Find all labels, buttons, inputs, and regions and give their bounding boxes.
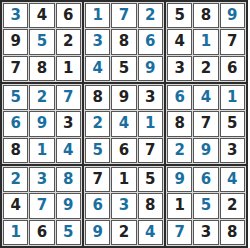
cell-r8c3[interactable]: 9 — [56, 193, 81, 218]
cell-r6c3[interactable]: 4 — [56, 138, 81, 163]
cell-r4c4[interactable]: 8 — [85, 85, 110, 110]
cell-r4c8[interactable]: 4 — [193, 85, 218, 110]
cell-r2c4[interactable]: 3 — [85, 29, 110, 54]
cell-r1c5[interactable]: 7 — [111, 3, 136, 28]
sudoku-box-2: 172386459 — [84, 2, 164, 82]
cell-r7c3[interactable]: 8 — [56, 167, 81, 192]
cell-r5c8[interactable]: 7 — [193, 111, 218, 136]
cell-r5c1[interactable]: 6 — [3, 111, 28, 136]
cell-r2c5[interactable]: 8 — [111, 29, 136, 54]
cell-r3c4[interactable]: 4 — [85, 56, 110, 81]
cell-r3c1[interactable]: 7 — [3, 56, 28, 81]
cell-r3c9[interactable]: 6 — [220, 56, 245, 81]
cell-r4c7[interactable]: 6 — [167, 85, 192, 110]
cell-r4c2[interactable]: 2 — [29, 85, 54, 110]
cell-r9c5[interactable]: 2 — [111, 220, 136, 245]
cell-r6c5[interactable]: 6 — [111, 138, 136, 163]
cell-r1c9[interactable]: 9 — [220, 3, 245, 28]
cell-r7c5[interactable]: 1 — [111, 167, 136, 192]
sudoku-box-3: 589417326 — [166, 2, 246, 82]
cell-r5c6[interactable]: 1 — [138, 111, 163, 136]
cell-r1c8[interactable]: 8 — [193, 3, 218, 28]
cell-r2c8[interactable]: 1 — [193, 29, 218, 54]
cell-r5c7[interactable]: 8 — [167, 111, 192, 136]
cell-r8c7[interactable]: 1 — [167, 193, 192, 218]
cell-r4c9[interactable]: 1 — [220, 85, 245, 110]
cell-r7c6[interactable]: 5 — [138, 167, 163, 192]
cell-r4c5[interactable]: 9 — [111, 85, 136, 110]
cell-r9c6[interactable]: 4 — [138, 220, 163, 245]
cell-r4c6[interactable]: 3 — [138, 85, 163, 110]
cell-r8c2[interactable]: 7 — [29, 193, 54, 218]
sudoku-box-1: 346952781 — [2, 2, 82, 82]
cell-r6c2[interactable]: 1 — [29, 138, 54, 163]
cell-r8c6[interactable]: 8 — [138, 193, 163, 218]
sudoku-app: 3469527811723864595894173265276938148932… — [0, 0, 250, 248]
cell-r2c3[interactable]: 2 — [56, 29, 81, 54]
sudoku-box-7: 238479165 — [2, 166, 82, 246]
sudoku-box-8: 715638924 — [84, 166, 164, 246]
cell-r9c3[interactable]: 5 — [56, 220, 81, 245]
cell-r1c2[interactable]: 4 — [29, 3, 54, 28]
cell-r7c2[interactable]: 3 — [29, 167, 54, 192]
cell-r3c6[interactable]: 9 — [138, 56, 163, 81]
cell-r6c4[interactable]: 5 — [85, 138, 110, 163]
cell-r8c4[interactable]: 6 — [85, 193, 110, 218]
cell-r2c2[interactable]: 5 — [29, 29, 54, 54]
sudoku-box-6: 641875293 — [166, 84, 246, 164]
cell-r9c1[interactable]: 1 — [3, 220, 28, 245]
cell-r6c8[interactable]: 9 — [193, 138, 218, 163]
sudoku-board: 3469527811723864595894173265276938148932… — [0, 0, 248, 248]
cell-r6c7[interactable]: 2 — [167, 138, 192, 163]
cell-r5c3[interactable]: 3 — [56, 111, 81, 136]
sudoku-box-4: 527693814 — [2, 84, 82, 164]
cell-r8c1[interactable]: 4 — [3, 193, 28, 218]
cell-r8c8[interactable]: 5 — [193, 193, 218, 218]
cell-r6c9[interactable]: 3 — [220, 138, 245, 163]
cell-r2c7[interactable]: 4 — [167, 29, 192, 54]
cell-r9c4[interactable]: 9 — [85, 220, 110, 245]
cell-r5c4[interactable]: 2 — [85, 111, 110, 136]
cell-r5c2[interactable]: 9 — [29, 111, 54, 136]
cell-r7c7[interactable]: 9 — [167, 167, 192, 192]
cell-r3c3[interactable]: 1 — [56, 56, 81, 81]
cell-r1c7[interactable]: 5 — [167, 3, 192, 28]
cell-r8c9[interactable]: 2 — [220, 193, 245, 218]
cell-r9c2[interactable]: 6 — [29, 220, 54, 245]
cell-r2c9[interactable]: 7 — [220, 29, 245, 54]
cell-r9c9[interactable]: 8 — [220, 220, 245, 245]
cell-r5c9[interactable]: 5 — [220, 111, 245, 136]
cell-r1c1[interactable]: 3 — [3, 3, 28, 28]
cell-r2c1[interactable]: 9 — [3, 29, 28, 54]
cell-r7c4[interactable]: 7 — [85, 167, 110, 192]
cell-r8c5[interactable]: 3 — [111, 193, 136, 218]
cell-r1c6[interactable]: 2 — [138, 3, 163, 28]
cell-r1c4[interactable]: 1 — [85, 3, 110, 28]
cell-r9c8[interactable]: 3 — [193, 220, 218, 245]
cell-r3c8[interactable]: 2 — [193, 56, 218, 81]
cell-r1c3[interactable]: 6 — [56, 3, 81, 28]
cell-r3c7[interactable]: 3 — [167, 56, 192, 81]
cell-r6c1[interactable]: 8 — [3, 138, 28, 163]
sudoku-box-9: 964152738 — [166, 166, 246, 246]
cell-r4c3[interactable]: 7 — [56, 85, 81, 110]
cell-r9c7[interactable]: 7 — [167, 220, 192, 245]
cell-r3c2[interactable]: 8 — [29, 56, 54, 81]
cell-r7c8[interactable]: 6 — [193, 167, 218, 192]
cell-r5c5[interactable]: 4 — [111, 111, 136, 136]
cell-r7c1[interactable]: 2 — [3, 167, 28, 192]
cell-r6c6[interactable]: 7 — [138, 138, 163, 163]
cell-r3c5[interactable]: 5 — [111, 56, 136, 81]
sudoku-box-5: 893241567 — [84, 84, 164, 164]
cell-r2c6[interactable]: 6 — [138, 29, 163, 54]
cell-r7c9[interactable]: 4 — [220, 167, 245, 192]
cell-r4c1[interactable]: 5 — [3, 85, 28, 110]
